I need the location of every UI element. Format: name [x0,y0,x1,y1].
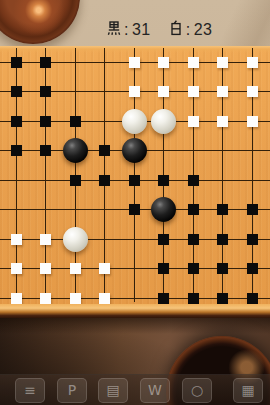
black-territory-marker[interactable] [40,145,51,156]
white-stone[interactable] [122,109,147,134]
white-territory-marker[interactable] [11,293,22,304]
white-territory-marker[interactable] [217,86,228,97]
black-territory-marker[interactable] [188,234,199,245]
black-territory-marker[interactable] [70,116,81,127]
black-territory-marker[interactable] [158,175,169,186]
white-territory-marker[interactable] [188,57,199,68]
board-front-edge [0,304,270,318]
white-territory-marker[interactable] [99,293,110,304]
black-score-colon: : [124,21,129,39]
white-territory-marker[interactable] [99,263,110,274]
black-territory-marker[interactable] [70,175,81,186]
black-territory-marker[interactable] [11,145,22,156]
white-territory-marker[interactable] [129,86,140,97]
black-territory-marker[interactable] [188,175,199,186]
go-board[interactable] [0,46,270,304]
white-stone[interactable] [63,227,88,252]
white-territory-marker[interactable] [188,86,199,97]
black-territory-marker[interactable] [158,234,169,245]
black-territory-marker[interactable] [217,204,228,215]
white-territory-marker[interactable] [158,86,169,97]
black-territory-marker[interactable] [129,204,140,215]
stone-bowl-top-left [0,0,80,44]
black-territory-marker[interactable] [217,293,228,304]
white-territory-marker[interactable] [11,263,22,274]
black-territory-marker[interactable] [11,86,22,97]
white-territory-marker[interactable] [40,293,51,304]
black-territory-marker[interactable] [188,263,199,274]
black-score-value: 31 [132,21,151,39]
white-territory-marker[interactable] [188,116,199,127]
toolbar-button-save[interactable]: ▤ [98,378,128,403]
white-territory-marker[interactable] [129,57,140,68]
board-shadow [0,318,270,334]
white-territory-marker[interactable] [70,293,81,304]
score-bar: : 31 : 23 [106,20,213,40]
white-territory-marker[interactable] [158,57,169,68]
white-territory-marker[interactable] [217,116,228,127]
black-stone[interactable] [63,138,88,163]
black-territory-marker[interactable] [99,145,110,156]
black-territory-marker[interactable] [188,204,199,215]
white-territory-marker[interactable] [247,116,258,127]
toolbar-button-grid[interactable]: ▦ [233,378,263,403]
black-territory-marker[interactable] [158,263,169,274]
black-territory-marker[interactable] [11,57,22,68]
toolbar-button-stone[interactable]: ○ [182,378,212,403]
black-territory-marker[interactable] [99,175,110,186]
white-score-colon: : [186,21,191,39]
white-stone[interactable] [151,109,176,134]
app-screen: : 31 : 23 ≡ P ▤ W ○ ▦ [0,0,270,405]
black-territory-marker[interactable] [247,234,258,245]
bottom-toolbar: ≡ P ▤ W ○ ▦ [0,374,270,405]
black-territory-marker[interactable] [129,175,140,186]
white-territory-marker[interactable] [247,57,258,68]
black-territory-marker[interactable] [217,234,228,245]
black-territory-marker[interactable] [217,263,228,274]
black-territory-marker[interactable] [247,263,258,274]
black-territory-marker[interactable] [247,293,258,304]
black-territory-marker[interactable] [40,57,51,68]
white-territory-marker[interactable] [40,234,51,245]
black-stone[interactable] [122,138,147,163]
white-territory-marker[interactable] [247,86,258,97]
black-stone[interactable] [151,197,176,222]
toolbar-button-w[interactable]: W [140,378,170,403]
white-territory-marker[interactable] [11,234,22,245]
black-territory-marker[interactable] [40,116,51,127]
white-kanji-icon [168,20,184,40]
black-territory-marker[interactable] [188,293,199,304]
toolbar-button-pass[interactable]: P [57,378,87,403]
white-territory-marker[interactable] [217,57,228,68]
white-territory-marker[interactable] [70,263,81,274]
black-territory-marker[interactable] [40,86,51,97]
black-territory-marker[interactable] [247,204,258,215]
white-territory-marker[interactable] [40,263,51,274]
toolbar-button-list[interactable]: ≡ [15,378,45,403]
white-score-value: 23 [194,21,213,39]
black-territory-marker[interactable] [11,116,22,127]
black-kanji-icon [106,20,122,40]
black-territory-marker[interactable] [158,293,169,304]
